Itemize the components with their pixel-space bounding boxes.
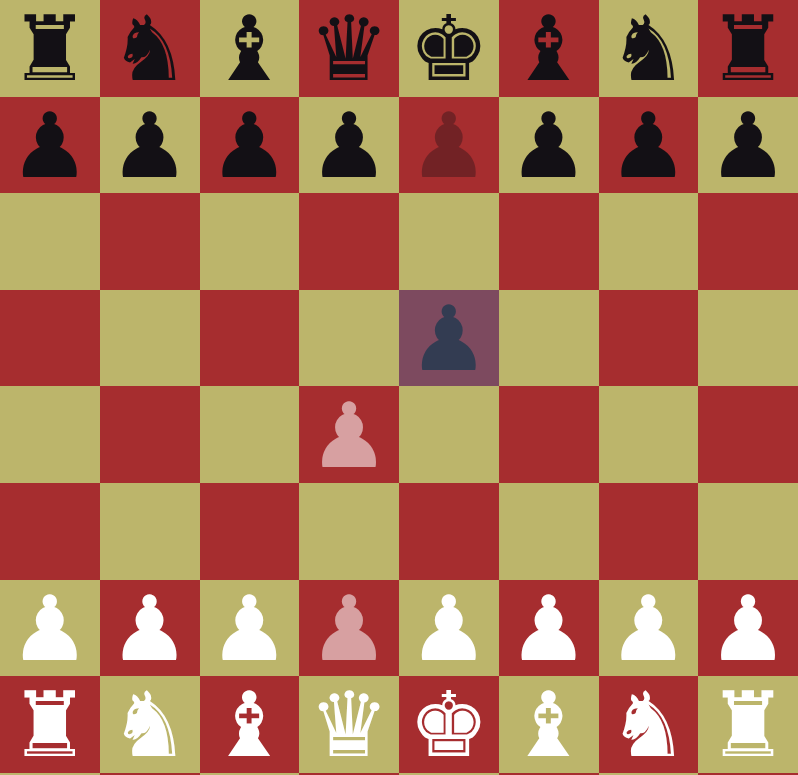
square-c4[interactable]: [200, 386, 300, 483]
square-f3[interactable]: [499, 483, 599, 580]
square-d1[interactable]: ♛: [299, 676, 399, 773]
square-b4[interactable]: [100, 386, 200, 483]
white-pawn[interactable]: ♟: [708, 584, 789, 674]
square-c2[interactable]: ♟: [200, 580, 300, 677]
square-c1[interactable]: ♝: [200, 676, 300, 773]
square-f5[interactable]: [499, 290, 599, 387]
black-knight[interactable]: ♞: [109, 4, 190, 94]
square-d5[interactable]: [299, 290, 399, 387]
square-e6[interactable]: [399, 193, 499, 290]
black-pawn[interactable]: ♟: [309, 101, 390, 191]
black-pawn[interactable]: ♟: [109, 101, 190, 191]
square-a4[interactable]: [0, 386, 100, 483]
square-c8[interactable]: ♝: [200, 0, 300, 97]
square-d6[interactable]: [299, 193, 399, 290]
square-h1[interactable]: ♜: [698, 676, 798, 773]
square-f7[interactable]: ♟: [499, 97, 599, 194]
square-h3[interactable]: [698, 483, 798, 580]
square-c5[interactable]: [200, 290, 300, 387]
black-rook[interactable]: ♜: [10, 4, 91, 94]
square-g5[interactable]: [599, 290, 699, 387]
square-f1[interactable]: ♝: [499, 676, 599, 773]
square-d3[interactable]: [299, 483, 399, 580]
white-knight[interactable]: ♞: [608, 680, 689, 770]
white-bishop[interactable]: ♝: [209, 680, 290, 770]
square-b1[interactable]: ♞: [100, 676, 200, 773]
square-e3[interactable]: [399, 483, 499, 580]
white-pawn[interactable]: ♟: [109, 584, 190, 674]
square-f4[interactable]: [499, 386, 599, 483]
chess-board: ♜♞♝♛♚♝♞♜♟♟♟♟♟♟♟♟♟♟♟♟♟♟♟♟♟♟♜♞♝♛♚♝♞♜: [0, 0, 798, 775]
white-knight[interactable]: ♞: [109, 680, 190, 770]
black-king[interactable]: ♚: [409, 4, 490, 94]
square-b3[interactable]: [100, 483, 200, 580]
square-c6[interactable]: [200, 193, 300, 290]
square-e8[interactable]: ♚: [399, 0, 499, 97]
square-d4[interactable]: ♟: [299, 386, 399, 483]
square-g1[interactable]: ♞: [599, 676, 699, 773]
white-king[interactable]: ♚: [409, 680, 490, 770]
square-e2[interactable]: ♟: [399, 580, 499, 677]
square-d2[interactable]: ♟: [299, 580, 399, 677]
square-g3[interactable]: [599, 483, 699, 580]
square-g8[interactable]: ♞: [599, 0, 699, 97]
square-g4[interactable]: [599, 386, 699, 483]
white-pawn[interactable]: ♟: [409, 584, 490, 674]
white-pawn[interactable]: ♟: [508, 584, 589, 674]
black-pawn[interactable]: ♟: [608, 101, 689, 191]
square-c3[interactable]: [200, 483, 300, 580]
square-d7[interactable]: ♟: [299, 97, 399, 194]
white-pawn[interactable]: ♟: [10, 584, 91, 674]
square-h8[interactable]: ♜: [698, 0, 798, 97]
square-b5[interactable]: [100, 290, 200, 387]
white-pawn[interactable]: ♟: [608, 584, 689, 674]
square-f2[interactable]: ♟: [499, 580, 599, 677]
square-h2[interactable]: ♟: [698, 580, 798, 677]
square-a8[interactable]: ♜: [0, 0, 100, 97]
white-rook[interactable]: ♜: [10, 680, 91, 770]
square-b7[interactable]: ♟: [100, 97, 200, 194]
black-pawn[interactable]: ♟: [508, 101, 589, 191]
black-pawn[interactable]: ♟: [708, 101, 789, 191]
black-pawn[interactable]: ♟: [209, 101, 290, 191]
white-bishop[interactable]: ♝: [508, 680, 589, 770]
black-knight[interactable]: ♞: [608, 4, 689, 94]
square-e4[interactable]: [399, 386, 499, 483]
white-pawn[interactable]: ♟: [209, 584, 290, 674]
square-g6[interactable]: [599, 193, 699, 290]
square-a7[interactable]: ♟: [0, 97, 100, 194]
black-pawn[interactable]: ♟: [10, 101, 91, 191]
square-a6[interactable]: [0, 193, 100, 290]
square-b8[interactable]: ♞: [100, 0, 200, 97]
white-queen[interactable]: ♛: [309, 680, 390, 770]
square-a5[interactable]: [0, 290, 100, 387]
square-a2[interactable]: ♟: [0, 580, 100, 677]
square-e5[interactable]: ♟: [399, 290, 499, 387]
square-f8[interactable]: ♝: [499, 0, 599, 97]
square-h5[interactable]: [698, 290, 798, 387]
white-pawn-ghost[interactable]: ♟: [309, 584, 390, 674]
square-h6[interactable]: [698, 193, 798, 290]
white-rook[interactable]: ♜: [708, 680, 789, 770]
square-d8[interactable]: ♛: [299, 0, 399, 97]
black-bishop[interactable]: ♝: [209, 4, 290, 94]
black-pawn-ghost[interactable]: ♟: [409, 101, 490, 191]
square-b6[interactable]: [100, 193, 200, 290]
square-c7[interactable]: ♟: [200, 97, 300, 194]
black-bishop[interactable]: ♝: [508, 4, 589, 94]
square-a3[interactable]: [0, 483, 100, 580]
square-g7[interactable]: ♟: [599, 97, 699, 194]
square-e1[interactable]: ♚: [399, 676, 499, 773]
square-h4[interactable]: [698, 386, 798, 483]
white-pawn-ghost[interactable]: ♟: [309, 391, 390, 481]
square-f6[interactable]: [499, 193, 599, 290]
square-h7[interactable]: ♟: [698, 97, 798, 194]
square-e7[interactable]: ♟: [399, 97, 499, 194]
square-b2[interactable]: ♟: [100, 580, 200, 677]
square-g2[interactable]: ♟: [599, 580, 699, 677]
black-pawn[interactable]: ♟: [409, 294, 490, 384]
square-a1[interactable]: ♜: [0, 676, 100, 773]
black-rook[interactable]: ♜: [708, 4, 789, 94]
black-queen[interactable]: ♛: [309, 4, 390, 94]
